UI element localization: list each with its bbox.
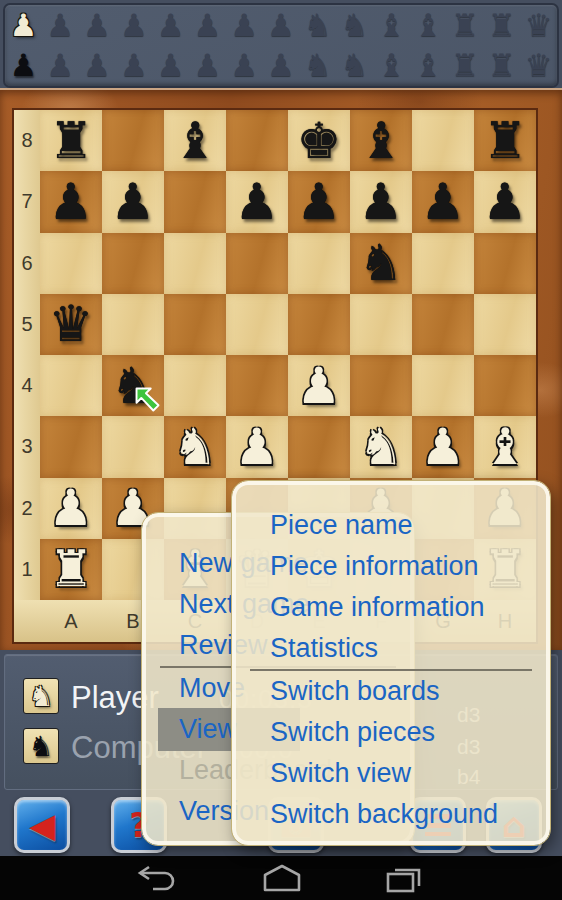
square-d5[interactable]	[226, 294, 288, 355]
android-nav-bar	[0, 856, 562, 900]
white-knight-icon: ♞	[23, 678, 59, 714]
file-label-A: A	[40, 600, 102, 642]
square-b5[interactable]	[102, 294, 164, 355]
white-pawn: ♟	[297, 361, 342, 411]
square-a7[interactable]: ♟	[40, 171, 102, 232]
slot-black-r: ♜	[447, 45, 484, 85]
square-g7[interactable]: ♟	[412, 171, 474, 232]
square-b4[interactable]: ♞	[102, 355, 164, 416]
last-move-arrow-icon	[132, 384, 163, 415]
menu-item-game-information[interactable]: Game information	[236, 587, 546, 628]
square-a6[interactable]	[40, 233, 102, 294]
square-d8[interactable]	[226, 110, 288, 171]
rank-label-5: 5	[14, 294, 40, 355]
black-pawn: ♟	[359, 177, 404, 227]
slot-black-p: ♟	[115, 45, 152, 85]
square-d6[interactable]	[226, 233, 288, 294]
square-g6[interactable]	[412, 233, 474, 294]
slot-black-q: ♛	[520, 45, 557, 85]
square-a3[interactable]	[40, 416, 102, 477]
square-d3[interactable]: ♟	[226, 416, 288, 477]
square-g5[interactable]	[412, 294, 474, 355]
undo-button[interactable]: ◀	[14, 797, 70, 853]
white-knight: ♞	[173, 422, 218, 472]
rank-label-6: 6	[14, 233, 40, 294]
square-f6[interactable]: ♞	[350, 233, 412, 294]
menu-item-piece-name[interactable]: Piece name	[236, 505, 546, 546]
menu-item-piece-information[interactable]: Piece information	[236, 546, 546, 587]
slot-black-p: ♟	[79, 45, 116, 85]
black-rook: ♜	[49, 116, 94, 166]
square-e6[interactable]	[288, 233, 350, 294]
black-pawn: ♟	[297, 177, 342, 227]
square-c5[interactable]	[164, 294, 226, 355]
slot-white-p: ♟	[263, 5, 300, 45]
square-a4[interactable]	[40, 355, 102, 416]
square-g3[interactable]: ♟	[412, 416, 474, 477]
square-h3[interactable]: ♝	[474, 416, 536, 477]
square-c7[interactable]	[164, 171, 226, 232]
white-pawn: ♟	[235, 422, 280, 472]
black-bishop: ♝	[173, 116, 218, 166]
square-d4[interactable]	[226, 355, 288, 416]
square-f5[interactable]	[350, 294, 412, 355]
black-pawn: ♟	[49, 177, 94, 227]
square-c8[interactable]: ♝	[164, 110, 226, 171]
black-bishop: ♝	[359, 116, 404, 166]
captured-pieces-tray: ♟♟♟♟♟♟♟♟♞♞♝♝♜♜♛ ♟♟♟♟♟♟♟♟♞♞♝♝♜♜♛	[3, 3, 559, 88]
slot-black-n: ♞	[336, 45, 373, 85]
black-king: ♚	[297, 116, 342, 166]
slot-black-r: ♜	[483, 45, 520, 85]
square-h4[interactable]	[474, 355, 536, 416]
menu-item-switch-view[interactable]: Switch view	[236, 753, 546, 794]
view-menu-popup: Piece namePiece informationGame informat…	[232, 481, 550, 845]
square-a5[interactable]: ♛	[40, 294, 102, 355]
slot-white-p: ♟	[152, 5, 189, 45]
square-c3[interactable]: ♞	[164, 416, 226, 477]
square-f3[interactable]: ♞	[350, 416, 412, 477]
slot-black-b: ♝	[373, 45, 410, 85]
rank-label-1: 1	[14, 539, 40, 600]
square-f4[interactable]	[350, 355, 412, 416]
square-c4[interactable]	[164, 355, 226, 416]
rank-label-2: 2	[14, 478, 40, 539]
red-left-triangle-icon: ◀	[29, 805, 55, 845]
slot-white-n: ♞	[336, 5, 373, 45]
captured-white-p: ♟	[5, 5, 42, 45]
captured-black-p: ♟	[5, 45, 42, 85]
rank-label-4: 4	[14, 355, 40, 416]
black-knight: ♞	[359, 238, 404, 288]
square-b8[interactable]	[102, 110, 164, 171]
slot-black-p: ♟	[263, 45, 300, 85]
black-queen: ♛	[49, 299, 94, 349]
black-pawn: ♟	[235, 177, 280, 227]
black-pawn: ♟	[483, 177, 528, 227]
white-rook: ♜	[49, 544, 94, 594]
slot-white-b: ♝	[373, 5, 410, 45]
slot-black-n: ♞	[299, 45, 336, 85]
square-e8[interactable]: ♚	[288, 110, 350, 171]
rank-label-8: 8	[14, 110, 40, 171]
square-b3[interactable]	[102, 416, 164, 477]
menu-item-switch-pieces[interactable]: Switch pieces	[236, 712, 546, 753]
rank-label-7: 7	[14, 171, 40, 232]
square-b7[interactable]: ♟	[102, 171, 164, 232]
square-e5[interactable]	[288, 294, 350, 355]
square-c6[interactable]	[164, 233, 226, 294]
square-a8[interactable]: ♜	[40, 110, 102, 171]
chess-app-screen: ♟♟♟♟♟♟♟♟♞♞♝♝♜♜♛ ♟♟♟♟♟♟♟♟♞♞♝♝♜♜♛ 87654321…	[0, 0, 562, 900]
nav-recents-icon[interactable]	[382, 863, 426, 893]
slot-white-q: ♛	[520, 5, 557, 45]
menu-item-switch-boards[interactable]: Switch boards	[236, 671, 546, 712]
slot-black-b: ♝	[410, 45, 447, 85]
square-e7[interactable]: ♟	[288, 171, 350, 232]
square-e4[interactable]: ♟	[288, 355, 350, 416]
slot-white-p: ♟	[79, 5, 116, 45]
white-bishop: ♝	[483, 422, 528, 472]
menu-item-statistics[interactable]: Statistics	[236, 628, 546, 669]
captured-white-row: ♟♟♟♟♟♟♟♟♞♞♝♝♜♜♛	[5, 5, 557, 45]
square-a1[interactable]: ♜	[40, 539, 102, 600]
square-g4[interactable]	[412, 355, 474, 416]
black-rook: ♜	[483, 116, 528, 166]
slot-white-p: ♟	[226, 5, 263, 45]
slot-black-p: ♟	[189, 45, 226, 85]
slot-white-p: ♟	[115, 5, 152, 45]
square-f7[interactable]: ♟	[350, 171, 412, 232]
nav-back-icon[interactable]	[135, 863, 179, 893]
white-knight: ♞	[359, 422, 404, 472]
slot-white-n: ♞	[299, 5, 336, 45]
black-pawn: ♟	[111, 177, 156, 227]
captured-black-row: ♟♟♟♟♟♟♟♟♞♞♝♝♜♜♛	[5, 45, 557, 85]
square-h6[interactable]	[474, 233, 536, 294]
slot-white-p: ♟	[189, 5, 226, 45]
menu-item-switch-background[interactable]: Switch background	[236, 794, 546, 835]
black-pawn: ♟	[421, 177, 466, 227]
square-h5[interactable]	[474, 294, 536, 355]
slot-white-p: ♟	[42, 5, 79, 45]
nav-home-icon[interactable]	[259, 863, 305, 893]
white-pawn: ♟	[421, 422, 466, 472]
rank-labels: 87654321	[14, 110, 40, 600]
white-pawn: ♟	[49, 483, 94, 533]
square-g8[interactable]	[412, 110, 474, 171]
slot-black-p: ♟	[42, 45, 79, 85]
square-h8[interactable]: ♜	[474, 110, 536, 171]
slot-white-r: ♜	[483, 5, 520, 45]
square-a2[interactable]: ♟	[40, 478, 102, 539]
square-h7[interactable]: ♟	[474, 171, 536, 232]
slot-white-r: ♜	[447, 5, 484, 45]
square-e3[interactable]	[288, 416, 350, 477]
slot-black-p: ♟	[152, 45, 189, 85]
rank-label-3: 3	[14, 416, 40, 477]
slot-black-p: ♟	[226, 45, 263, 85]
black-knight-icon: ♞	[23, 728, 59, 764]
square-b6[interactable]	[102, 233, 164, 294]
square-f8[interactable]: ♝	[350, 110, 412, 171]
slot-white-b: ♝	[410, 5, 447, 45]
square-d7[interactable]: ♟	[226, 171, 288, 232]
